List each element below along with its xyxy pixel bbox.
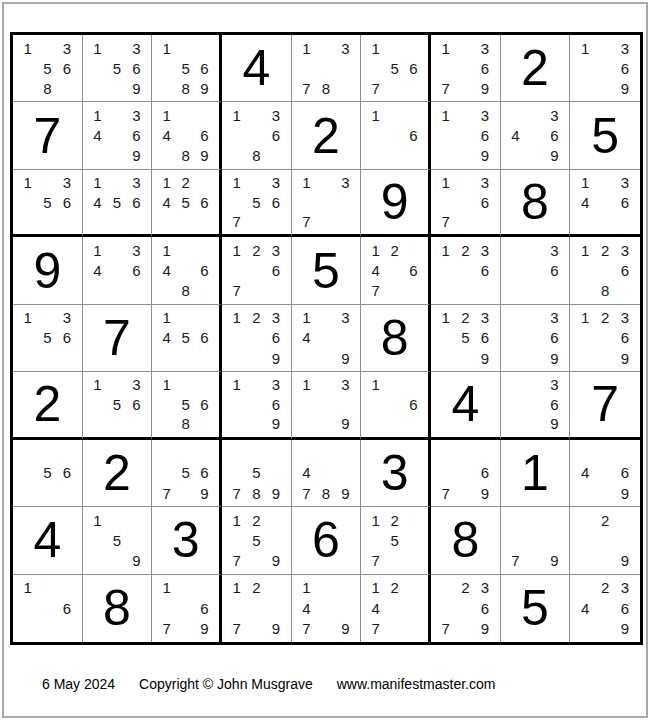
candidate-3: 3 <box>57 38 77 58</box>
candidate-6: 6 <box>266 192 286 211</box>
candidate-9: 9 <box>127 550 147 570</box>
cell-r7c4[interactable]: 5789 <box>222 440 292 507</box>
candidate-4: 4 <box>88 260 108 280</box>
candidate-5: 5 <box>176 328 195 348</box>
pencil-marks: 16 <box>366 375 423 433</box>
pencil-marks: 1346 <box>575 173 635 231</box>
cell-r5c7[interactable]: 123569 <box>431 305 501 372</box>
candidate-7: 7 <box>227 212 247 231</box>
candidate-9: 9 <box>336 483 356 503</box>
cell-r8c6[interactable]: 1257 <box>361 507 431 574</box>
candidate-9: 9 <box>475 348 495 368</box>
candidate-5: 5 <box>247 463 267 483</box>
candidate-1: 1 <box>227 173 247 192</box>
candidate-1: 1 <box>227 240 247 260</box>
candidate-1: 1 <box>157 240 176 260</box>
cell-r9c8[interactable]: 5 <box>501 575 571 642</box>
candidate-4: 4 <box>157 126 176 146</box>
pencil-marks: 13568 <box>18 38 77 98</box>
candidate-5: 5 <box>38 463 58 483</box>
cell-value: 2 <box>292 102 361 168</box>
sudoku-board: 1356813569156894137815671367921369713469… <box>10 32 643 645</box>
candidate-9: 9 <box>195 483 214 503</box>
candidate-6: 6 <box>475 463 495 483</box>
candidate-9: 9 <box>195 619 214 639</box>
cell-r5c8[interactable]: 369 <box>501 305 571 372</box>
candidate-9: 9 <box>336 414 356 433</box>
cell-r3c8[interactable]: 8 <box>501 170 571 237</box>
cell-r6c3[interactable]: 1568 <box>152 372 222 439</box>
pencil-marks: 1468 <box>157 240 214 300</box>
cell-r3c2[interactable]: 13456 <box>83 170 153 237</box>
candidate-4: 4 <box>157 260 176 280</box>
pencil-marks: 1456 <box>157 308 214 368</box>
candidate-5: 5 <box>107 192 127 211</box>
candidate-9: 9 <box>127 78 147 98</box>
candidate-3: 3 <box>336 308 356 328</box>
candidate-4: 4 <box>366 260 385 280</box>
footer-url: www.manifestmaster.com <box>337 676 496 692</box>
pencil-marks: 1236 <box>436 240 495 300</box>
cell-r3c5[interactable]: 137 <box>292 170 362 237</box>
cell-r8c9[interactable]: 29 <box>570 507 640 574</box>
candidate-5: 5 <box>385 530 404 550</box>
candidate-9: 9 <box>615 619 635 639</box>
pencil-marks: 5679 <box>157 443 214 503</box>
pencil-marks: 29 <box>575 510 635 570</box>
candidate-3: 3 <box>336 38 356 58</box>
pencil-marks: 12369 <box>227 308 286 368</box>
footer-date: 6 May 2024 <box>42 676 115 692</box>
candidate-3: 3 <box>266 173 286 192</box>
cell-r1c2[interactable]: 13569 <box>83 35 153 102</box>
candidate-6: 6 <box>615 598 635 618</box>
pencil-marks: 1279 <box>227 578 286 639</box>
candidate-3: 3 <box>127 173 147 192</box>
cell-value: 2 <box>13 372 82 436</box>
candidate-3: 3 <box>475 308 495 328</box>
candidate-2: 2 <box>247 240 267 260</box>
candidate-2: 2 <box>456 308 476 328</box>
pencil-marks: 469 <box>575 443 635 503</box>
cell-value: 7 <box>570 372 640 436</box>
pencil-marks: 23679 <box>436 578 495 639</box>
candidate-6: 6 <box>57 328 77 348</box>
candidate-3: 3 <box>615 38 635 58</box>
pencil-marks: 4789 <box>297 443 356 503</box>
candidate-6: 6 <box>127 58 147 78</box>
candidate-3: 3 <box>127 375 147 394</box>
cell-r4c3[interactable]: 1468 <box>152 237 222 304</box>
candidate-1: 1 <box>88 105 108 125</box>
candidate-1: 1 <box>366 375 385 394</box>
cell-r2c6[interactable]: 16 <box>361 102 431 169</box>
candidate-5: 5 <box>176 58 195 78</box>
candidate-6: 6 <box>545 260 565 280</box>
cell-value: 7 <box>83 305 152 371</box>
candidate-1: 1 <box>436 38 456 58</box>
cell-r5c1[interactable]: 1356 <box>13 305 83 372</box>
candidate-5: 5 <box>176 463 195 483</box>
candidate-2: 2 <box>595 240 615 260</box>
candidate-4: 4 <box>157 328 176 348</box>
candidate-8: 8 <box>176 281 195 301</box>
candidate-6: 6 <box>57 58 77 78</box>
cell-r5c9[interactable]: 12369 <box>570 305 640 372</box>
cell-r4c6[interactable]: 12467 <box>361 237 431 304</box>
candidate-6: 6 <box>545 395 565 414</box>
candidate-5: 5 <box>456 328 476 348</box>
pencil-marks: 159 <box>88 510 147 570</box>
pencil-marks: 1356 <box>18 173 77 231</box>
cell-r2c1[interactable]: 7 <box>13 102 83 169</box>
candidate-4: 4 <box>575 192 595 211</box>
cell-r3c1[interactable]: 1356 <box>13 170 83 237</box>
cell-value: 2 <box>83 440 152 506</box>
candidate-4: 4 <box>366 598 385 618</box>
candidate-1: 1 <box>436 173 456 192</box>
cell-r8c7[interactable]: 8 <box>431 507 501 574</box>
cell-r2c3[interactable]: 14689 <box>152 102 222 169</box>
candidate-3: 3 <box>545 308 565 328</box>
candidate-9: 9 <box>545 414 565 433</box>
candidate-9: 9 <box>266 550 286 570</box>
cell-r6c5[interactable]: 139 <box>292 372 362 439</box>
cell-r5c3[interactable]: 1456 <box>152 305 222 372</box>
cell-value: 8 <box>361 305 428 371</box>
pencil-marks: 1368 <box>227 105 286 165</box>
cell-r6c9[interactable]: 7 <box>570 372 640 439</box>
pencil-marks: 56 <box>18 443 77 503</box>
candidate-1: 1 <box>436 308 456 328</box>
candidate-2: 2 <box>385 240 404 260</box>
candidate-6: 6 <box>266 328 286 348</box>
candidate-1: 1 <box>366 105 385 125</box>
cell-r9c1[interactable]: 16 <box>13 575 83 642</box>
cell-r4c5[interactable]: 5 <box>292 237 362 304</box>
candidate-8: 8 <box>176 146 195 166</box>
candidate-7: 7 <box>436 483 456 503</box>
candidate-3: 3 <box>475 173 495 192</box>
pencil-marks: 23469 <box>575 578 635 639</box>
cell-r1c9[interactable]: 1369 <box>570 35 640 102</box>
pencil-marks: 12368 <box>575 240 635 300</box>
candidate-7: 7 <box>227 619 247 639</box>
cell-value: 5 <box>292 237 361 303</box>
footer-copyright: Copyright © John Musgrave <box>139 676 313 692</box>
cell-value: 7 <box>13 102 82 168</box>
pencil-marks: 16 <box>18 578 77 639</box>
pencil-marks: 13469 <box>88 105 147 165</box>
cell-r6c4[interactable]: 1369 <box>222 372 292 439</box>
cell-r2c5[interactable]: 2 <box>292 102 362 169</box>
cell-value: 4 <box>222 35 291 101</box>
candidate-8: 8 <box>316 483 336 503</box>
candidate-9: 9 <box>615 348 635 368</box>
cell-r4c1[interactable]: 9 <box>13 237 83 304</box>
pencil-marks: 123569 <box>436 308 495 368</box>
pencil-marks: 12367 <box>227 240 286 300</box>
candidate-9: 9 <box>266 414 286 433</box>
candidate-3: 3 <box>57 308 77 328</box>
pencil-marks: 369 <box>506 308 565 368</box>
candidate-1: 1 <box>297 38 317 58</box>
candidate-1: 1 <box>297 173 317 192</box>
candidate-6: 6 <box>404 260 423 280</box>
pencil-marks: 5789 <box>227 443 286 503</box>
cell-r6c2[interactable]: 1356 <box>83 372 153 439</box>
cell-value: 9 <box>361 170 428 234</box>
candidate-4: 4 <box>297 598 317 618</box>
cell-r5c6[interactable]: 8 <box>361 305 431 372</box>
candidate-5: 5 <box>38 192 58 211</box>
cell-r7c3[interactable]: 5679 <box>152 440 222 507</box>
cell-r1c5[interactable]: 1378 <box>292 35 362 102</box>
candidate-7: 7 <box>227 483 247 503</box>
pencil-marks: 1369 <box>436 105 495 165</box>
pencil-marks: 14689 <box>157 105 214 165</box>
pencil-marks: 1356 <box>18 308 77 368</box>
candidate-1: 1 <box>575 173 595 192</box>
candidate-7: 7 <box>157 619 176 639</box>
cell-r1c1[interactable]: 13568 <box>13 35 83 102</box>
cell-r2c7[interactable]: 1369 <box>431 102 501 169</box>
cell-r8c3[interactable]: 3 <box>152 507 222 574</box>
cell-r5c2[interactable]: 7 <box>83 305 153 372</box>
candidate-3: 3 <box>336 173 356 192</box>
candidate-4: 4 <box>88 192 108 211</box>
cell-r9c3[interactable]: 1679 <box>152 575 222 642</box>
candidate-7: 7 <box>297 212 317 231</box>
candidate-3: 3 <box>127 240 147 260</box>
candidate-9: 9 <box>615 550 635 570</box>
cell-r5c4[interactable]: 12369 <box>222 305 292 372</box>
candidate-2: 2 <box>385 510 404 530</box>
candidate-1: 1 <box>575 240 595 260</box>
pencil-marks: 1346 <box>88 240 147 300</box>
candidate-9: 9 <box>615 78 635 98</box>
candidate-7: 7 <box>297 78 317 98</box>
cell-r8c2[interactable]: 159 <box>83 507 153 574</box>
cell-r8c4[interactable]: 12579 <box>222 507 292 574</box>
candidate-7: 7 <box>227 281 247 301</box>
cell-r7c5[interactable]: 4789 <box>292 440 362 507</box>
cell-r6c6[interactable]: 16 <box>361 372 431 439</box>
pencil-marks: 369 <box>506 375 565 433</box>
candidate-6: 6 <box>475 598 495 618</box>
candidate-6: 6 <box>545 328 565 348</box>
cell-r3c4[interactable]: 13567 <box>222 170 292 237</box>
cell-r5c5[interactable]: 1349 <box>292 305 362 372</box>
candidate-9: 9 <box>615 483 635 503</box>
cell-r1c8[interactable]: 2 <box>501 35 571 102</box>
candidate-7: 7 <box>297 619 317 639</box>
pencil-marks: 12369 <box>575 308 635 368</box>
candidate-6: 6 <box>404 58 423 78</box>
candidate-9: 9 <box>545 146 565 166</box>
cell-r2c9[interactable]: 5 <box>570 102 640 169</box>
candidate-6: 6 <box>195 463 214 483</box>
candidate-3: 3 <box>336 375 356 394</box>
cell-r1c4[interactable]: 4 <box>222 35 292 102</box>
candidate-6: 6 <box>195 58 214 78</box>
cell-r8c1[interactable]: 4 <box>13 507 83 574</box>
cell-r2c4[interactable]: 1368 <box>222 102 292 169</box>
candidate-2: 2 <box>456 240 476 260</box>
candidate-7: 7 <box>366 78 385 98</box>
cell-value: 2 <box>501 35 570 101</box>
candidate-7: 7 <box>436 212 456 231</box>
cell-r4c2[interactable]: 1346 <box>83 237 153 304</box>
pencil-marks: 13569 <box>88 38 147 98</box>
cell-r6c1[interactable]: 2 <box>13 372 83 439</box>
candidate-2: 2 <box>385 578 404 598</box>
pencil-marks: 1679 <box>157 578 214 639</box>
cell-r3c3[interactable]: 12456 <box>152 170 222 237</box>
cell-r6c8[interactable]: 369 <box>501 372 571 439</box>
pencil-marks: 13567 <box>227 173 286 231</box>
candidate-1: 1 <box>436 105 456 125</box>
candidate-2: 2 <box>595 510 615 530</box>
candidate-6: 6 <box>475 192 495 211</box>
cell-r9c7[interactable]: 23679 <box>431 575 501 642</box>
cell-r7c1[interactable]: 56 <box>13 440 83 507</box>
candidate-6: 6 <box>266 126 286 146</box>
cell-r3c9[interactable]: 1346 <box>570 170 640 237</box>
cell-r1c3[interactable]: 15689 <box>152 35 222 102</box>
candidate-2: 2 <box>247 308 267 328</box>
cell-r7c6[interactable]: 3 <box>361 440 431 507</box>
candidate-7: 7 <box>436 619 456 639</box>
cell-r4c4[interactable]: 12367 <box>222 237 292 304</box>
pencil-marks: 79 <box>506 510 565 570</box>
candidate-9: 9 <box>195 78 214 98</box>
candidate-8: 8 <box>247 146 267 166</box>
cell-value: 5 <box>501 575 570 642</box>
candidate-5: 5 <box>176 192 195 211</box>
cell-r2c2[interactable]: 13469 <box>83 102 153 169</box>
cell-r7c8[interactable]: 1 <box>501 440 571 507</box>
candidate-6: 6 <box>195 328 214 348</box>
candidate-4: 4 <box>297 463 317 483</box>
candidate-1: 1 <box>18 38 38 58</box>
candidate-4: 4 <box>575 598 595 618</box>
cell-value: 1 <box>501 440 570 506</box>
candidate-6: 6 <box>404 126 423 146</box>
cell-r7c9[interactable]: 469 <box>570 440 640 507</box>
pencil-marks: 137 <box>297 173 356 231</box>
candidate-6: 6 <box>57 463 77 483</box>
pencil-marks: 1356 <box>88 375 147 433</box>
candidate-3: 3 <box>545 240 565 260</box>
candidate-1: 1 <box>366 38 385 58</box>
pencil-marks: 16 <box>366 105 423 165</box>
cell-r3c7[interactable]: 1367 <box>431 170 501 237</box>
cell-r8c5[interactable]: 6 <box>292 507 362 574</box>
candidate-9: 9 <box>336 348 356 368</box>
candidate-6: 6 <box>127 192 147 211</box>
candidate-7: 7 <box>366 550 385 570</box>
candidate-7: 7 <box>227 550 247 570</box>
candidate-9: 9 <box>475 146 495 166</box>
candidate-6: 6 <box>615 58 635 78</box>
cell-r6c7[interactable]: 4 <box>431 372 501 439</box>
candidate-3: 3 <box>127 38 147 58</box>
pencil-marks: 1367 <box>436 173 495 231</box>
footer: 6 May 2024 Copyright © John Musgrave www… <box>42 676 495 692</box>
candidate-8: 8 <box>176 414 195 433</box>
candidate-3: 3 <box>475 240 495 260</box>
cell-r9c9[interactable]: 23469 <box>570 575 640 642</box>
cell-r2c8[interactable]: 3469 <box>501 102 571 169</box>
cell-value: 8 <box>83 575 152 642</box>
pencil-marks: 1369 <box>227 375 286 433</box>
candidate-1: 1 <box>18 173 38 192</box>
candidate-6: 6 <box>475 126 495 146</box>
pencil-marks: 1567 <box>366 38 423 98</box>
candidate-4: 4 <box>297 328 317 348</box>
candidate-9: 9 <box>266 348 286 368</box>
candidate-3: 3 <box>57 173 77 192</box>
cell-value: 6 <box>292 507 361 573</box>
pencil-marks: 1247 <box>366 578 423 639</box>
pencil-marks: 1349 <box>297 308 356 368</box>
candidate-3: 3 <box>615 578 635 598</box>
pencil-marks: 1369 <box>575 38 635 98</box>
cell-value: 5 <box>570 102 640 168</box>
candidate-1: 1 <box>88 240 108 260</box>
candidate-3: 3 <box>545 105 565 125</box>
candidate-2: 2 <box>595 578 615 598</box>
cell-r9c5[interactable]: 1479 <box>292 575 362 642</box>
candidate-1: 1 <box>157 105 176 125</box>
cell-r1c7[interactable]: 13679 <box>431 35 501 102</box>
candidate-4: 4 <box>88 126 108 146</box>
cell-r1c6[interactable]: 1567 <box>361 35 431 102</box>
cell-r9c2[interactable]: 8 <box>83 575 153 642</box>
candidate-6: 6 <box>475 328 495 348</box>
cell-r4c8[interactable]: 36 <box>501 237 571 304</box>
candidate-1: 1 <box>157 173 176 192</box>
candidate-6: 6 <box>545 126 565 146</box>
cell-r4c7[interactable]: 1236 <box>431 237 501 304</box>
candidate-3: 3 <box>615 173 635 192</box>
cell-r9c4[interactable]: 1279 <box>222 575 292 642</box>
pencil-marks: 12467 <box>366 240 423 300</box>
candidate-8: 8 <box>38 78 58 98</box>
cell-value: 8 <box>431 507 500 573</box>
candidate-1: 1 <box>157 578 176 598</box>
candidate-6: 6 <box>475 58 495 78</box>
cell-r7c2[interactable]: 2 <box>83 440 153 507</box>
cell-r8c8[interactable]: 79 <box>501 507 571 574</box>
cell-r9c6[interactable]: 1247 <box>361 575 431 642</box>
candidate-6: 6 <box>615 192 635 211</box>
cell-r4c9[interactable]: 12368 <box>570 237 640 304</box>
candidate-1: 1 <box>227 510 247 530</box>
candidate-4: 4 <box>506 126 526 146</box>
candidate-4: 4 <box>575 463 595 483</box>
candidate-1: 1 <box>227 578 247 598</box>
cell-r7c7[interactable]: 679 <box>431 440 501 507</box>
candidate-3: 3 <box>475 578 495 598</box>
candidate-9: 9 <box>127 146 147 166</box>
cell-r3c6[interactable]: 9 <box>361 170 431 237</box>
pencil-marks: 679 <box>436 443 495 503</box>
candidate-2: 2 <box>456 578 476 598</box>
pencil-marks: 13456 <box>88 173 147 231</box>
candidate-6: 6 <box>195 260 214 280</box>
